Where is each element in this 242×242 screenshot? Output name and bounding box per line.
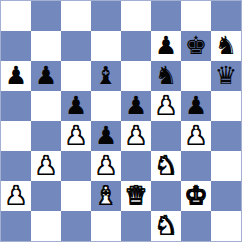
square-c2[interactable] (61, 181, 91, 211)
square-b1[interactable] (31, 211, 61, 241)
square-d6[interactable]: ♝ (91, 61, 121, 91)
square-c8[interactable] (61, 1, 91, 31)
square-a1[interactable] (1, 211, 31, 241)
square-d3[interactable]: ♟ (91, 151, 121, 181)
white-knight-icon[interactable]: ♞ (155, 153, 177, 178)
square-e6[interactable] (121, 61, 151, 91)
square-b4[interactable] (31, 121, 61, 151)
white-knight-icon[interactable]: ♞ (155, 213, 177, 238)
white-pawn-icon[interactable]: ♟ (65, 123, 87, 148)
square-c4[interactable]: ♟ (61, 121, 91, 151)
square-h2[interactable] (211, 181, 241, 211)
square-b6[interactable]: ♟ (31, 61, 61, 91)
square-e3[interactable] (121, 151, 151, 181)
white-pawn-icon[interactable]: ♟ (185, 123, 207, 148)
square-h4[interactable] (211, 121, 241, 151)
white-pawn-icon[interactable]: ♟ (5, 183, 27, 208)
square-b2[interactable] (31, 181, 61, 211)
square-a8[interactable] (1, 1, 31, 31)
square-d7[interactable] (91, 31, 121, 61)
square-g3[interactable] (181, 151, 211, 181)
square-g7[interactable]: ♚ (181, 31, 211, 61)
square-c7[interactable] (61, 31, 91, 61)
black-knight-icon[interactable]: ♞ (215, 33, 237, 58)
square-f7[interactable]: ♟ (151, 31, 181, 61)
square-f8[interactable] (151, 1, 181, 31)
white-pawn-icon[interactable]: ♟ (125, 123, 147, 148)
white-king-icon[interactable]: ♚ (185, 183, 207, 208)
square-d2[interactable]: ♝ (91, 181, 121, 211)
chess-board-container: ♟♚♞♟♟♝♞♛♟♟♟♟♟♟♟♟♟♟♞♟♝♛♚♞ (0, 0, 242, 242)
black-pawn-icon[interactable]: ♟ (35, 63, 57, 88)
black-pawn-icon[interactable]: ♟ (95, 123, 117, 148)
square-h5[interactable] (211, 91, 241, 121)
black-bishop-icon[interactable]: ♝ (95, 63, 117, 88)
square-c3[interactable] (61, 151, 91, 181)
white-bishop-icon[interactable]: ♝ (95, 183, 117, 208)
square-a2[interactable]: ♟ (1, 181, 31, 211)
square-e7[interactable] (121, 31, 151, 61)
square-e8[interactable] (121, 1, 151, 31)
square-d4[interactable]: ♟ (91, 121, 121, 151)
square-g6[interactable] (181, 61, 211, 91)
black-pawn-icon[interactable]: ♟ (185, 93, 207, 118)
square-h3[interactable] (211, 151, 241, 181)
square-e1[interactable] (121, 211, 151, 241)
square-f2[interactable] (151, 181, 181, 211)
white-pawn-icon[interactable]: ♟ (155, 93, 177, 118)
square-a3[interactable] (1, 151, 31, 181)
square-g2[interactable]: ♚ (181, 181, 211, 211)
square-f6[interactable]: ♞ (151, 61, 181, 91)
square-f3[interactable]: ♞ (151, 151, 181, 181)
square-f5[interactable]: ♟ (151, 91, 181, 121)
black-queen-icon[interactable]: ♛ (215, 63, 237, 88)
black-pawn-icon[interactable]: ♟ (5, 63, 27, 88)
square-a5[interactable] (1, 91, 31, 121)
square-h6[interactable]: ♛ (211, 61, 241, 91)
black-king-icon[interactable]: ♚ (185, 33, 207, 58)
black-pawn-icon[interactable]: ♟ (125, 93, 147, 118)
white-pawn-icon[interactable]: ♟ (95, 153, 117, 178)
square-g4[interactable]: ♟ (181, 121, 211, 151)
square-e2[interactable]: ♛ (121, 181, 151, 211)
square-a4[interactable] (1, 121, 31, 151)
square-d1[interactable] (91, 211, 121, 241)
square-b7[interactable] (31, 31, 61, 61)
chess-board: ♟♚♞♟♟♝♞♛♟♟♟♟♟♟♟♟♟♟♞♟♝♛♚♞ (0, 0, 242, 242)
square-h8[interactable] (211, 1, 241, 31)
square-g1[interactable] (181, 211, 211, 241)
square-f4[interactable] (151, 121, 181, 151)
white-queen-icon[interactable]: ♛ (125, 183, 147, 208)
square-e5[interactable]: ♟ (121, 91, 151, 121)
square-f1[interactable]: ♞ (151, 211, 181, 241)
square-a7[interactable] (1, 31, 31, 61)
square-d8[interactable] (91, 1, 121, 31)
square-e4[interactable]: ♟ (121, 121, 151, 151)
white-pawn-icon[interactable]: ♟ (35, 153, 57, 178)
black-pawn-icon[interactable]: ♟ (65, 93, 87, 118)
square-c6[interactable] (61, 61, 91, 91)
square-g5[interactable]: ♟ (181, 91, 211, 121)
square-h7[interactable]: ♞ (211, 31, 241, 61)
square-b5[interactable] (31, 91, 61, 121)
black-knight-icon[interactable]: ♞ (155, 63, 177, 88)
square-h1[interactable] (211, 211, 241, 241)
square-a6[interactable]: ♟ (1, 61, 31, 91)
square-c5[interactable]: ♟ (61, 91, 91, 121)
square-b3[interactable]: ♟ (31, 151, 61, 181)
square-g8[interactable] (181, 1, 211, 31)
black-pawn-icon[interactable]: ♟ (155, 33, 177, 58)
square-c1[interactable] (61, 211, 91, 241)
square-b8[interactable] (31, 1, 61, 31)
square-d5[interactable] (91, 91, 121, 121)
